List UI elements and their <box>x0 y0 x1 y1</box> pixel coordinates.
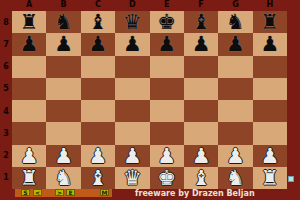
square-a6[interactable] <box>12 56 46 78</box>
piece-black-queen[interactable]: ♛ <box>123 11 142 33</box>
square-c4[interactable] <box>81 100 115 122</box>
credit-text: freeware by Drazen Beljan <box>135 188 295 199</box>
square-d7[interactable]: ♟ <box>115 33 149 55</box>
piece-white-pawn[interactable]: ♟ <box>123 145 142 167</box>
square-f7[interactable]: ♟ <box>184 33 218 55</box>
resize-handle-icon[interactable] <box>288 176 294 182</box>
square-d6[interactable] <box>115 56 149 78</box>
square-b1[interactable]: ♞ <box>46 167 80 189</box>
toolbar-strip: S<>EM <box>15 189 112 197</box>
piece-black-bishop[interactable]: ♝ <box>89 11 108 33</box>
piece-white-bishop[interactable]: ♝ <box>89 167 108 189</box>
piece-white-knight[interactable]: ♞ <box>54 167 73 189</box>
menu-button[interactable]: M <box>100 189 109 196</box>
square-a2[interactable]: ♟ <box>12 145 46 167</box>
square-e5[interactable] <box>150 78 184 100</box>
rank-label-8: 8 <box>0 11 12 33</box>
piece-white-pawn[interactable]: ♟ <box>54 145 73 167</box>
square-c7[interactable]: ♟ <box>81 33 115 55</box>
square-a4[interactable] <box>12 100 46 122</box>
square-g5[interactable] <box>218 78 252 100</box>
square-c3[interactable] <box>81 122 115 144</box>
file-label-c: C <box>81 0 115 10</box>
square-g2[interactable]: ♟ <box>218 145 252 167</box>
piece-white-bishop[interactable]: ♝ <box>192 167 211 189</box>
nav-start-button[interactable]: S <box>21 189 30 196</box>
piece-black-rook[interactable]: ♜ <box>20 11 39 33</box>
square-g6[interactable] <box>218 56 252 78</box>
piece-white-pawn[interactable]: ♟ <box>192 145 211 167</box>
square-d4[interactable] <box>115 100 149 122</box>
file-label-g: G <box>218 0 252 10</box>
file-label-b: B <box>46 0 80 10</box>
rank-label-3: 3 <box>0 122 12 144</box>
square-d2[interactable]: ♟ <box>115 145 149 167</box>
piece-white-pawn[interactable]: ♟ <box>226 145 245 167</box>
square-e8[interactable]: ♚ <box>150 11 184 33</box>
file-label-a: A <box>12 0 46 10</box>
rank-label-5: 5 <box>0 78 12 100</box>
square-f6[interactable] <box>184 56 218 78</box>
square-g8[interactable]: ♞ <box>218 11 252 33</box>
piece-white-pawn[interactable]: ♟ <box>20 145 39 167</box>
piece-black-bishop[interactable]: ♝ <box>192 11 211 33</box>
square-b4[interactable] <box>46 100 80 122</box>
square-g7[interactable]: ♟ <box>218 33 252 55</box>
rank-label-4: 4 <box>0 100 12 122</box>
file-label-h: H <box>253 0 287 10</box>
square-d1[interactable]: ♛ <box>115 167 149 189</box>
square-d5[interactable] <box>115 78 149 100</box>
square-a8[interactable]: ♜ <box>12 11 46 33</box>
piece-white-pawn[interactable]: ♟ <box>89 145 108 167</box>
rank-label-2: 2 <box>0 145 12 167</box>
square-f5[interactable] <box>184 78 218 100</box>
rank-labels: 87654321 <box>0 11 12 189</box>
square-b8[interactable]: ♞ <box>46 11 80 33</box>
piece-white-rook[interactable]: ♜ <box>260 167 279 189</box>
piece-black-pawn[interactable]: ♟ <box>54 33 73 55</box>
square-a1[interactable]: ♜ <box>12 167 46 189</box>
piece-black-pawn[interactable]: ♟ <box>20 33 39 55</box>
square-h2[interactable]: ♟ <box>253 145 287 167</box>
rank-label-1: 1 <box>0 167 12 189</box>
square-b2[interactable]: ♟ <box>46 145 80 167</box>
square-h6[interactable] <box>253 56 287 78</box>
square-f1[interactable]: ♝ <box>184 167 218 189</box>
nav-forward-button[interactable]: > <box>55 189 64 196</box>
square-c5[interactable] <box>81 78 115 100</box>
square-f4[interactable] <box>184 100 218 122</box>
square-g3[interactable] <box>218 122 252 144</box>
piece-white-king[interactable]: ♚ <box>157 167 176 189</box>
square-b7[interactable]: ♟ <box>46 33 80 55</box>
square-g1[interactable]: ♞ <box>218 167 252 189</box>
square-b6[interactable] <box>46 56 80 78</box>
piece-black-pawn[interactable]: ♟ <box>192 33 211 55</box>
square-h8[interactable]: ♜ <box>253 11 287 33</box>
square-a3[interactable] <box>12 122 46 144</box>
square-h1[interactable]: ♜ <box>253 167 287 189</box>
piece-black-king[interactable]: ♚ <box>157 11 176 33</box>
square-h4[interactable] <box>253 100 287 122</box>
square-e3[interactable] <box>150 122 184 144</box>
nav-end-button[interactable]: E <box>66 189 75 196</box>
piece-white-queen[interactable]: ♛ <box>123 167 142 189</box>
piece-white-pawn[interactable]: ♟ <box>157 145 176 167</box>
piece-white-pawn[interactable]: ♟ <box>260 145 279 167</box>
piece-black-pawn[interactable]: ♟ <box>123 33 142 55</box>
file-label-e: E <box>150 0 184 10</box>
square-c2[interactable]: ♟ <box>81 145 115 167</box>
square-g4[interactable] <box>218 100 252 122</box>
piece-black-rook[interactable]: ♜ <box>260 11 279 33</box>
square-b3[interactable] <box>46 122 80 144</box>
piece-white-rook[interactable]: ♜ <box>20 167 39 189</box>
square-f8[interactable]: ♝ <box>184 11 218 33</box>
square-d3[interactable] <box>115 122 149 144</box>
square-c8[interactable]: ♝ <box>81 11 115 33</box>
square-c6[interactable] <box>81 56 115 78</box>
piece-black-pawn[interactable]: ♟ <box>157 33 176 55</box>
piece-black-knight[interactable]: ♞ <box>226 11 245 33</box>
square-c1[interactable]: ♝ <box>81 167 115 189</box>
piece-white-knight[interactable]: ♞ <box>226 167 245 189</box>
nav-back-button[interactable]: < <box>33 189 42 196</box>
square-h5[interactable] <box>253 78 287 100</box>
square-d8[interactable]: ♛ <box>115 11 149 33</box>
chess-board[interactable]: ♜♞♝♛♚♝♞♜♟♟♟♟♟♟♟♟♟♟♟♟♟♟♟♟♜♞♝♛♚♝♞♜ <box>12 11 287 189</box>
square-e7[interactable]: ♟ <box>150 33 184 55</box>
square-e4[interactable] <box>150 100 184 122</box>
square-b5[interactable] <box>46 78 80 100</box>
chess-app-window: ABCDEFGH 87654321 ♜♞♝♛♚♝♞♜♟♟♟♟♟♟♟♟♟♟♟♟♟♟… <box>0 0 300 200</box>
piece-black-pawn[interactable]: ♟ <box>260 33 279 55</box>
rank-label-7: 7 <box>0 33 12 55</box>
square-e1[interactable]: ♚ <box>150 167 184 189</box>
square-a5[interactable] <box>12 78 46 100</box>
piece-black-pawn[interactable]: ♟ <box>89 33 108 55</box>
file-labels: ABCDEFGH <box>12 0 287 10</box>
piece-black-knight[interactable]: ♞ <box>54 11 73 33</box>
rank-label-6: 6 <box>0 56 12 78</box>
square-h7[interactable]: ♟ <box>253 33 287 55</box>
square-e6[interactable] <box>150 56 184 78</box>
square-a7[interactable]: ♟ <box>12 33 46 55</box>
file-label-d: D <box>115 0 149 10</box>
square-h3[interactable] <box>253 122 287 144</box>
square-e2[interactable]: ♟ <box>150 145 184 167</box>
file-label-f: F <box>184 0 218 10</box>
piece-black-pawn[interactable]: ♟ <box>226 33 245 55</box>
square-f3[interactable] <box>184 122 218 144</box>
square-f2[interactable]: ♟ <box>184 145 218 167</box>
